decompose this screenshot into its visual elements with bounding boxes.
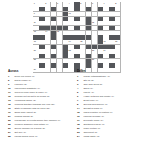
clue-item: 27Set free (7) [8,131,72,134]
clue-item: 13Venomous snake (3) [8,99,72,102]
clue-item: 15Usual practice or custom (9) [77,111,146,114]
grid-cell[interactable] [39,12,44,16]
grid-cell[interactable] [45,59,50,63]
block-cell [63,54,68,58]
grid-cell[interactable] [68,17,73,21]
grid-cell[interactable] [109,49,114,53]
grid-cell[interactable]: 10 [68,12,73,16]
grid-cell[interactable] [115,31,120,35]
grid-cell[interactable]: 19 [103,40,108,44]
grid-cell[interactable] [92,7,97,11]
grid-cell[interactable] [80,59,85,63]
cell-number: 8 [115,2,116,4]
grid-cell[interactable]: 24 [103,49,108,53]
clue-text: Remark not meant to be heard (5) [15,95,73,98]
block-cell [63,45,68,49]
grid-cell[interactable] [63,21,68,25]
cell-number: 3 [57,2,58,4]
block-cell [74,63,79,67]
block-cell [63,12,68,16]
block-cell [98,63,103,67]
clue-item: 16Lacking courage (7) [77,115,146,118]
grid-cell[interactable] [74,40,79,44]
grid-cell[interactable] [45,7,50,11]
grid-cell[interactable]: 11 [33,21,38,25]
block-cell [74,54,79,58]
clue-text: Naval vessel (7) [15,79,73,82]
grid-cell[interactable]: 22 [68,49,73,53]
clue-text: Highly detailed and ornate (9) [84,95,147,98]
cell-number: 19 [104,40,106,42]
clue-text: Traveller from place to place (9) [15,91,73,94]
grid-cell[interactable] [115,63,120,67]
clue-text: Make certain (7) [84,127,147,130]
grid-cell[interactable] [103,21,108,25]
grid-cell[interactable] [109,31,114,35]
cell-number: 10 [69,12,71,14]
grid-cell[interactable] [92,35,97,39]
down-clues: Down 1Praise enthusiastically (7)2Stir u… [77,69,146,139]
clue-text: Decorate (food) (7) [84,119,147,122]
cell-number: 11 [34,21,36,23]
block-cell [74,45,79,49]
grid-cell[interactable] [68,31,73,35]
across-header: Across [8,69,72,73]
clue-text: Weaken gradually from within (9) [15,123,73,126]
clue-item: 10Improvised substitute (9) [8,87,72,90]
clue-item: 5Naval vessel (7) [8,79,72,82]
block-cell [86,35,91,39]
grid-cell[interactable] [115,26,120,30]
block-cell [109,35,114,39]
cell-number: 18 [80,40,82,42]
grid-cell[interactable] [45,54,50,58]
clue-text: Soothing remedy (7) [84,123,147,126]
cell-number: 1 [34,2,35,4]
grid-cell[interactable] [115,21,120,25]
clue-item: 23Opponent (5) [77,131,146,134]
grid-cell[interactable] [80,54,85,58]
grid-cell[interactable] [68,59,73,63]
cell-number: 16 [34,40,36,42]
grid-cell[interactable] [57,17,62,21]
clue-item: 11Traveller from place to place (9) [8,91,72,94]
grid-cell[interactable] [45,17,50,21]
clue-text: Improvised substitute (9) [15,87,73,90]
grid-cell[interactable] [68,54,73,58]
down-list: 1Praise enthusiastically (7)2Stir up (5)… [77,75,146,138]
grid-cell[interactable] [68,21,73,25]
cell-number: 26 [92,58,94,60]
grid-cell[interactable] [45,35,50,39]
block-cell [39,35,44,39]
clue-text: Liberty (7) [84,91,147,94]
grid-cell[interactable] [80,7,85,11]
grid-cell[interactable] [109,12,114,16]
grid-cell[interactable] [103,26,108,30]
grid-cell[interactable]: 2 [45,2,50,6]
grid-cell[interactable] [51,21,56,25]
clue-text: Deep red colour (7) [15,75,73,78]
block-cell [86,7,91,11]
grid-cell[interactable] [63,31,68,35]
block-cell [86,59,91,63]
grid-cell[interactable] [51,2,56,6]
clue-text: State of disorder with no rules (11) [15,107,73,110]
grid-cell[interactable] [86,31,91,35]
block-cell [74,2,79,6]
clue-item: 14Sleight of hand (9) [77,107,146,110]
grid-cell[interactable] [74,49,79,53]
clue-item: 24Wash lightly (5) [77,135,146,138]
grid-cell[interactable] [57,49,62,53]
block-cell [51,63,56,67]
cell-number: 12 [92,21,94,23]
clue-item: 19Small busy insect (3) [8,111,72,114]
clue-item: 12Remark not meant to be heard (5) [8,95,72,98]
block-cell [98,26,103,30]
grid-cell[interactable] [103,63,108,67]
block-cell [51,31,56,35]
clue-text: Senior member of a group (5) [15,127,73,130]
block-cell [109,7,114,11]
block-cell [98,40,103,44]
block-cell [51,26,56,30]
clue-item: 9Farewell (5) [8,83,72,86]
grid-cell[interactable] [92,31,97,35]
clue-text: Usual practice or custom (9) [84,111,147,114]
grid-cell[interactable] [39,59,44,63]
clue-text: Farewell (5) [15,83,73,86]
clue-text: Sleight of hand (9) [84,107,147,110]
clue-item: 22Knowledge of events before they happen… [8,119,72,122]
clue-text: Venomous snake (3) [15,99,73,102]
grid-cell[interactable] [74,59,79,63]
grid-cell[interactable] [51,49,56,53]
grid-cell[interactable]: 14 [45,31,50,35]
grid-cell[interactable] [92,40,97,44]
grid-cell[interactable] [80,12,85,16]
grid-cell[interactable] [98,59,103,63]
cell-number: 13 [34,30,36,32]
grid-cell[interactable]: 13 [33,31,38,35]
grid-cell[interactable] [80,31,85,35]
cell-number: 5 [80,2,81,4]
cell-number: 7 [104,2,105,4]
grid-cell[interactable] [57,45,62,49]
grid-cell[interactable] [45,21,50,25]
grid-cell[interactable] [115,17,120,21]
block-cell [109,63,114,67]
grid-cell[interactable] [115,59,120,63]
block-cell [39,7,44,11]
grid-cell[interactable] [80,17,85,21]
grid-cell[interactable] [115,12,120,16]
grid-cell[interactable] [74,21,79,25]
clue-item: 15Working together towards one end (11) [8,103,72,106]
grid-cell[interactable] [103,17,108,21]
grid-cell[interactable] [80,21,85,25]
grid-cell[interactable]: 26 [92,59,97,63]
cell-number: 23 [92,49,94,51]
grid-cell[interactable]: 21 [33,49,38,53]
down-header: Down [77,69,146,73]
clue-item: 1Praise enthusiastically (7) [77,75,146,78]
block-cell [39,26,44,30]
block-cell [74,7,79,11]
block-cell [74,35,79,39]
clue-item: 20Make certain (7) [77,127,146,130]
cell-number: 14 [45,30,47,32]
grid-cell[interactable]: 12 [92,21,97,25]
across-clues: Across 1Deep red colour (7)5Naval vessel… [8,69,72,139]
block-cell [51,35,56,39]
grid-cell[interactable] [115,45,120,49]
block-cell [109,26,114,30]
grid-cell[interactable] [80,26,85,30]
grid-cell[interactable] [51,59,56,63]
crossword-grid-wrap: 1234567891011121314151617181920212223242… [33,2,121,73]
clue-text: Sailor (7) [84,87,147,90]
grid-cell[interactable] [80,49,85,53]
grid-cell[interactable]: 25 [33,59,38,63]
grid-cell[interactable] [98,49,103,53]
block-cell [39,17,44,21]
grid-cell[interactable] [103,12,108,16]
cell-number: 6 [92,2,93,4]
block-cell [109,54,114,58]
block-cell [51,7,56,11]
grid-cell[interactable] [51,40,56,44]
grid-cell[interactable] [103,59,108,63]
grid-cell[interactable] [92,26,97,30]
grid-cell[interactable]: 18 [80,40,85,44]
grid-cell[interactable] [45,12,50,16]
cell-number: 22 [69,49,71,51]
block-cell [98,17,103,21]
grid-cell[interactable] [57,63,62,67]
grid-cell[interactable] [57,21,62,25]
clue-text: Praise enthusiastically (7) [84,75,147,78]
grid-cell[interactable] [103,7,108,11]
cell-number: 2 [45,2,46,4]
clue-text: Musical drama (5) [15,115,73,118]
grid-cell[interactable] [109,21,114,25]
grid-cell[interactable] [51,12,56,16]
grid-cell[interactable] [86,2,91,6]
clue-text: Set free (7) [15,131,73,134]
block-cell [51,17,56,21]
block-cell [39,45,44,49]
grid-cell[interactable] [39,2,44,6]
grid-cell[interactable] [98,21,103,25]
clue-item: 6Highly detailed and ornate (9) [77,95,146,98]
clue-item: 16State of disorder with no rules (11) [8,107,72,110]
block-cell [86,54,91,58]
clue-item: 4Sailor (7) [77,87,146,90]
grid-cell[interactable] [57,35,62,39]
block-cell [86,26,91,30]
grid-cell[interactable] [98,31,103,35]
grid-cell[interactable] [98,2,103,6]
block-cell [86,21,91,25]
grid-cell[interactable]: 23 [92,49,97,53]
grid-cell[interactable] [39,21,44,25]
across-list: 1Deep red colour (7)5Naval vessel (7)9Fa… [8,75,72,138]
grid-cell[interactable] [39,49,44,53]
grid-cell[interactable]: 15 [57,31,62,35]
grid-cell[interactable] [57,40,62,44]
block-cell [109,45,114,49]
clue-text: Exact copy (9) [84,99,147,102]
block-cell [39,63,44,67]
clue-item: 17Decorate (food) (7) [77,119,146,122]
grid-cell[interactable] [86,12,91,16]
grid-cell[interactable] [68,26,73,30]
grid-cell[interactable]: 8 [115,2,120,6]
grid-cell[interactable]: 4 [68,2,73,6]
clue-item: 26Senior member of a group (5) [8,127,72,130]
clue-text: Serious and sincere (7) [84,103,147,106]
grid-cell[interactable] [57,59,62,63]
grid-cell[interactable] [109,40,114,44]
block-cell [86,63,91,67]
grid-cell[interactable] [57,12,62,16]
clue-text: Lavish formal meal (7) [15,135,73,138]
clue-item: 3One who gives (5) [77,83,146,86]
clue-text: Lacking courage (7) [84,115,147,118]
grid-cell[interactable] [103,54,108,58]
grid-cell[interactable] [98,12,103,16]
block-cell [63,26,68,30]
clue-text: Stir up (5) [84,79,147,82]
block-cell [63,7,68,11]
grid-cell[interactable]: 17 [68,40,73,44]
block-cell [63,49,68,53]
block-cell [74,26,79,30]
grid-cell[interactable]: 5 [80,2,85,6]
grid-cell[interactable] [86,49,91,53]
grid-cell[interactable] [57,54,62,58]
clue-item: 21Musical drama (5) [8,115,72,118]
grid-cell[interactable] [74,31,79,35]
clue-item: 8Serious and sincere (7) [77,103,146,106]
grid-cell[interactable] [115,7,120,11]
crossword-grid[interactable]: 1234567891011121314151617181920212223242… [33,2,121,73]
block-cell [109,17,114,21]
clue-item: 5Liberty (7) [77,91,146,94]
cell-number: 9 [34,12,35,14]
clue-item: 18Soothing remedy (7) [77,123,146,126]
block-cell [63,35,68,39]
grid-cell[interactable] [63,40,68,44]
grid-cell[interactable]: 3 [57,2,62,6]
block-cell [51,45,56,49]
block-cell [63,63,68,67]
clue-text: Working together towards one end (11) [15,103,73,106]
block-cell [74,17,79,21]
clue-item: 2Stir up (5) [77,79,146,82]
grid-cell[interactable] [86,40,91,44]
clue-text: Wash lightly (5) [84,135,147,138]
grid-cell[interactable] [45,63,50,67]
grid-cell[interactable] [80,45,85,49]
cell-number: 20 [115,40,117,42]
cell-number: 24 [104,49,106,51]
block-cell [86,17,91,21]
grid-cell[interactable] [45,40,50,44]
grid-cell[interactable] [74,12,79,16]
grid-cell[interactable]: 16 [33,40,38,44]
block-cell [39,54,44,58]
grid-cell[interactable] [109,59,114,63]
grid-cell[interactable] [115,49,120,53]
grid-cell[interactable] [68,63,73,67]
grid-cell[interactable] [63,2,68,6]
grid-cell[interactable]: 6 [92,2,97,6]
block-cell [86,45,91,49]
grid-cell[interactable]: 20 [115,40,120,44]
grid-cell[interactable] [63,59,68,63]
block-cell [98,7,103,11]
grid-cell[interactable] [92,12,97,16]
grid-cell[interactable] [115,54,120,58]
block-cell [98,54,103,58]
clue-item: 25Weaken gradually from within (9) [8,123,72,126]
clue-item: 28Lavish formal meal (7) [8,135,72,138]
cell-number: 4 [69,2,70,4]
cell-number: 15 [57,30,59,32]
clue-item: 1Deep red colour (7) [8,75,72,78]
block-cell [98,45,103,49]
block-cell [63,17,68,21]
block-cell [98,35,103,39]
clue-text: Knowledge of events before they happen (… [15,119,73,122]
cell-number: 17 [69,40,71,42]
grid-cell[interactable] [45,49,50,53]
clue-item: 7Exact copy (9) [77,99,146,102]
grid-cell[interactable] [109,2,114,6]
grid-cell[interactable] [57,7,62,11]
clue-text: Opponent (5) [84,131,147,134]
grid-cell[interactable] [103,31,108,35]
cell-number: 25 [34,58,36,60]
cell-number: 21 [34,49,36,51]
grid-cell[interactable]: 1 [33,2,38,6]
clue-text: One who gives (5) [84,83,147,86]
grid-cell[interactable]: 7 [103,2,108,6]
grid-cell[interactable] [39,40,44,44]
block-cell [51,54,56,58]
clue-text: Small busy insect (3) [15,111,73,114]
grid-cell[interactable] [39,31,44,35]
grid-cell[interactable] [45,45,50,49]
grid-cell[interactable]: 9 [33,12,38,16]
grid-cell[interactable] [92,63,97,67]
